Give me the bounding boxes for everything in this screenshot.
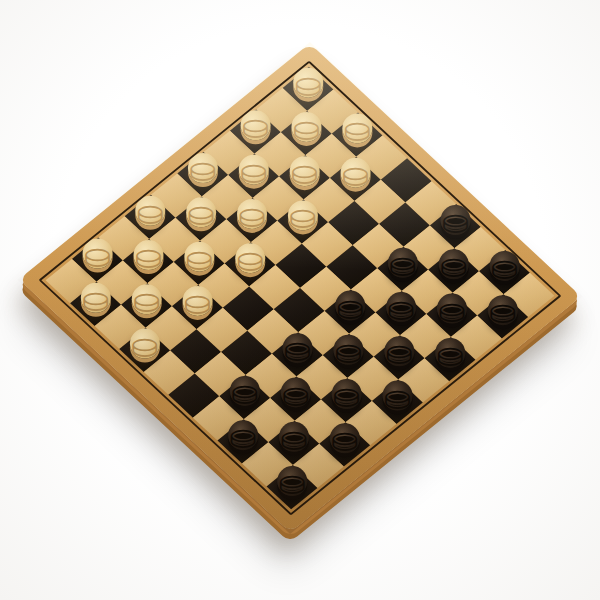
black-piece[interactable]: ⛂ [490, 251, 520, 281]
wood-piece[interactable]: ⛀ [241, 110, 271, 140]
wood-piece[interactable]: ⛀ [81, 283, 111, 313]
wood-piece[interactable]: ⛀ [293, 68, 323, 98]
wood-piece[interactable]: ⛀ [130, 329, 160, 359]
black-piece[interactable]: ⛂ [279, 422, 309, 452]
wood-piece[interactable]: ⛀ [188, 153, 218, 183]
wood-piece[interactable]: ⛀ [184, 242, 214, 272]
black-piece[interactable]: ⛂ [441, 205, 471, 235]
black-piece[interactable]: ⛂ [437, 294, 467, 324]
black-piece[interactable]: ⛂ [435, 338, 465, 368]
wood-piece[interactable]: ⛀ [239, 155, 269, 185]
black-piece[interactable]: ⛂ [230, 376, 260, 406]
black-piece[interactable]: ⛂ [330, 423, 360, 453]
black-piece[interactable]: ⛂ [281, 378, 311, 408]
black-piece[interactable]: ⛂ [335, 291, 365, 321]
wood-piece[interactable]: ⛀ [237, 199, 267, 229]
black-piece[interactable]: ⛂ [384, 336, 414, 366]
wood-piece[interactable]: ⛀ [83, 239, 113, 269]
black-piece[interactable]: ⛂ [388, 248, 418, 278]
board-frame: ⛀⛀⛂⛂⛀⛀⛂⛂⛀⛀⛂⛂⛀⛀⛂⛂⛀⛀⛂⛂⛀⛀⛂⛂⛀⛀⛂⛂⛀⛀⛂⛂⛀⛀⛂⛂⛀⛀⛂⛂ [19, 43, 582, 532]
board-grid: ⛀⛀⛂⛂⛀⛀⛂⛂⛀⛀⛂⛂⛀⛀⛂⛂⛀⛀⛂⛂⛀⛀⛂⛂⛀⛀⛂⛂⛀⛀⛂⛂⛀⛀⛂⛂⛀⛀⛂⛂ [46, 67, 555, 510]
wood-piece[interactable]: ⛀ [133, 240, 163, 270]
black-piece[interactable]: ⛂ [228, 420, 258, 450]
black-piece[interactable]: ⛂ [333, 335, 363, 365]
wood-piece[interactable]: ⛀ [288, 200, 318, 230]
wood-piece[interactable]: ⛀ [291, 112, 321, 142]
wood-piece[interactable]: ⛀ [135, 196, 165, 226]
black-piece[interactable]: ⛂ [283, 333, 313, 363]
wood-piece[interactable]: ⛀ [186, 197, 216, 227]
black-piece[interactable]: ⛂ [383, 381, 413, 411]
wood-piece[interactable]: ⛀ [235, 243, 265, 273]
photo-background: ⛀⛀⛂⛂⛀⛀⛂⛂⛀⛀⛂⛂⛀⛀⛂⛂⛀⛀⛂⛂⛀⛀⛂⛂⛀⛀⛂⛂⛀⛀⛂⛂⛀⛀⛂⛂⛀⛀⛂⛂ [0, 0, 600, 600]
wood-piece[interactable]: ⛀ [132, 284, 162, 314]
black-piece[interactable]: ⛂ [332, 379, 362, 409]
wood-piece[interactable]: ⛀ [183, 286, 213, 316]
black-piece[interactable]: ⛂ [386, 292, 416, 322]
wood-piece[interactable]: ⛀ [342, 113, 372, 143]
wood-piece[interactable]: ⛀ [290, 156, 320, 186]
black-piece[interactable]: ⛂ [488, 295, 518, 325]
black-piece[interactable]: ⛂ [277, 466, 307, 496]
wood-piece[interactable]: ⛀ [341, 158, 371, 188]
black-piece[interactable]: ⛂ [439, 249, 469, 279]
